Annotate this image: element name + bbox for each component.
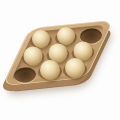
photo-stage bbox=[0, 0, 120, 120]
wooden-ball-r2c2[interactable] bbox=[65, 58, 85, 78]
wooden-ball-r0c1[interactable] bbox=[57, 27, 75, 45]
wooden-ball-r1c0[interactable] bbox=[24, 46, 43, 65]
wooden-ball-r0c0[interactable] bbox=[32, 30, 50, 48]
wooden-ball-r2c1[interactable] bbox=[40, 60, 60, 80]
